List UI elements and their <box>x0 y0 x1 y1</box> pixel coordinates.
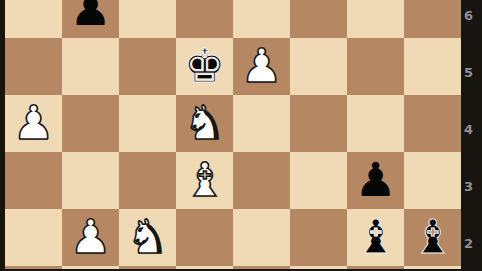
white-bishop-piece[interactable]: ♝ <box>183 156 225 203</box>
rank-label-3: 3 <box>464 178 480 196</box>
square-c2[interactable]: ♞ <box>119 209 176 266</box>
square-c4[interactable] <box>119 95 176 152</box>
square-d6[interactable] <box>176 0 233 38</box>
square-e2[interactable] <box>233 209 290 266</box>
white-pawn-piece[interactable]: ♟ <box>12 99 54 146</box>
square-c6[interactable] <box>119 0 176 38</box>
square-h2[interactable]: ♝ <box>404 209 461 266</box>
rank-label-4: 4 <box>464 121 480 139</box>
square-h3[interactable] <box>404 152 461 209</box>
square-h4[interactable] <box>404 95 461 152</box>
black-bishop-piece[interactable]: ♝ <box>411 213 453 260</box>
square-b4[interactable] <box>62 95 119 152</box>
square-f2[interactable] <box>290 209 347 266</box>
square-b2[interactable]: ♟ <box>62 209 119 266</box>
square-e4[interactable] <box>233 95 290 152</box>
white-knight-piece[interactable]: ♞ <box>183 99 225 146</box>
square-b5[interactable] <box>62 38 119 95</box>
square-e5[interactable]: ♟ <box>233 38 290 95</box>
black-bishop-piece[interactable]: ♝ <box>354 213 396 260</box>
square-d4[interactable]: ♞ <box>176 95 233 152</box>
left-frame-bar <box>0 0 5 271</box>
white-knight-piece[interactable]: ♞ <box>126 213 168 260</box>
square-c5[interactable] <box>119 38 176 95</box>
square-g6[interactable] <box>347 0 404 38</box>
square-a2[interactable] <box>5 209 62 266</box>
rank-label-5: 5 <box>464 64 480 82</box>
square-h5[interactable] <box>404 38 461 95</box>
square-c3[interactable] <box>119 152 176 209</box>
chess-board: ♟♚♟♟♞♝♟♟♞♝♝ <box>5 0 461 271</box>
square-e6[interactable] <box>233 0 290 38</box>
square-g3[interactable]: ♟ <box>347 152 404 209</box>
square-g2[interactable]: ♝ <box>347 209 404 266</box>
square-a3[interactable] <box>5 152 62 209</box>
square-g5[interactable] <box>347 38 404 95</box>
white-pawn-piece[interactable]: ♟ <box>240 42 282 89</box>
square-d3[interactable]: ♝ <box>176 152 233 209</box>
black-pawn-piece[interactable]: ♟ <box>69 0 111 32</box>
chess-board-screenshot: ♟♚♟♟♞♝♟♟♞♝♝ 65432 <box>0 0 482 271</box>
square-b6[interactable]: ♟ <box>62 0 119 38</box>
square-f3[interactable] <box>290 152 347 209</box>
white-pawn-piece[interactable]: ♟ <box>69 213 111 260</box>
square-h6[interactable] <box>404 0 461 38</box>
square-a5[interactable] <box>5 38 62 95</box>
rank-coordinate-strip: 65432 <box>461 0 482 271</box>
square-e3[interactable] <box>233 152 290 209</box>
square-a4[interactable]: ♟ <box>5 95 62 152</box>
square-f6[interactable] <box>290 0 347 38</box>
rank-label-2: 2 <box>464 235 480 253</box>
square-g4[interactable] <box>347 95 404 152</box>
black-king-piece[interactable]: ♚ <box>183 42 225 89</box>
square-d5[interactable]: ♚ <box>176 38 233 95</box>
square-f5[interactable] <box>290 38 347 95</box>
square-a6[interactable] <box>5 0 62 38</box>
rank-label-6: 6 <box>464 7 480 25</box>
square-d2[interactable] <box>176 209 233 266</box>
square-f4[interactable] <box>290 95 347 152</box>
black-pawn-piece[interactable]: ♟ <box>354 156 396 203</box>
square-b3[interactable] <box>62 152 119 209</box>
